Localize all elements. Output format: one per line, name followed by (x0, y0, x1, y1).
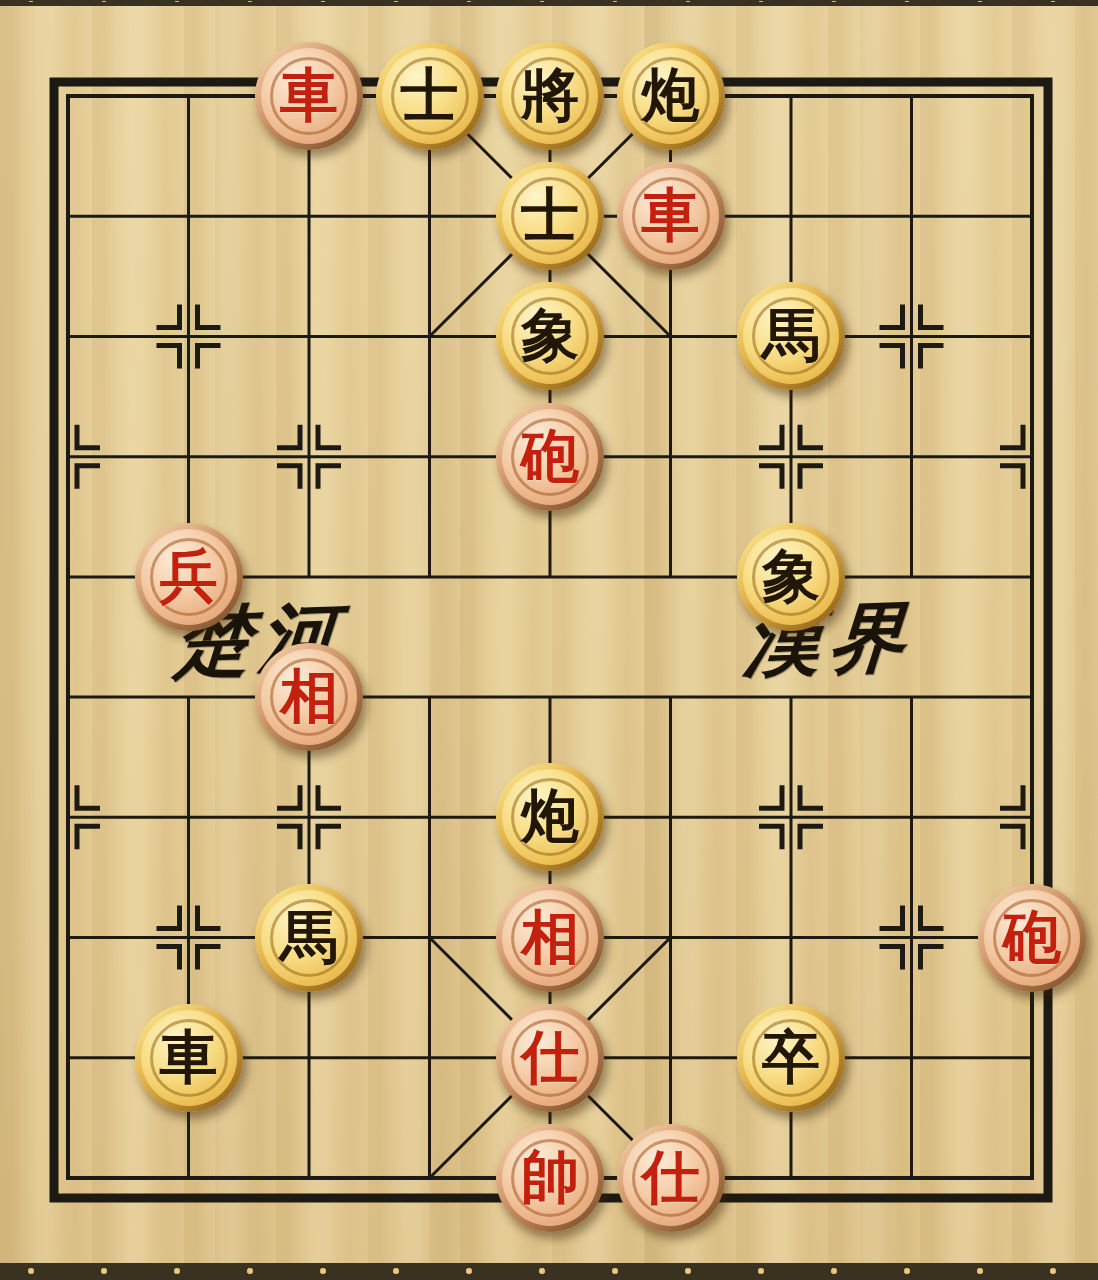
piece-black-horse[interactable]: 馬 (737, 282, 845, 390)
piece-face: 炮 (623, 48, 719, 144)
xiangqi-app: 楚河 漢界 車士將炮士車象馬砲兵象相炮馬相砲車仕卒帥仕 (0, 0, 1098, 1280)
piece-glyph: 士 (401, 67, 459, 125)
piece-face: 砲 (984, 890, 1080, 986)
piece-face: 馬 (261, 890, 357, 986)
piece-red-advisor[interactable]: 仕 (617, 1124, 725, 1232)
piece-face: 砲 (502, 409, 598, 505)
piece-glyph: 炮 (521, 788, 579, 846)
piece-face: 兵 (141, 529, 237, 625)
piece-red-cannon[interactable]: 砲 (496, 403, 604, 511)
piece-black-advisor[interactable]: 士 (376, 42, 484, 150)
piece-face: 仕 (502, 1010, 598, 1106)
piece-red-general[interactable]: 帥 (496, 1124, 604, 1232)
piece-face: 士 (502, 168, 598, 264)
piece-glyph: 砲 (521, 428, 579, 486)
piece-face: 將 (502, 48, 598, 144)
piece-face: 車 (141, 1010, 237, 1106)
piece-face: 炮 (502, 769, 598, 865)
piece-black-general[interactable]: 將 (496, 42, 604, 150)
piece-glyph: 帥 (521, 1149, 579, 1207)
piece-glyph: 車 (642, 187, 700, 245)
piece-face: 相 (502, 890, 598, 986)
piece-glyph: 卒 (762, 1029, 820, 1087)
piece-face: 仕 (623, 1130, 719, 1226)
piece-glyph: 仕 (642, 1149, 700, 1207)
piece-glyph: 相 (280, 668, 338, 726)
piece-face: 象 (502, 288, 598, 384)
piece-glyph: 炮 (642, 67, 700, 125)
piece-red-elephant[interactable]: 相 (255, 643, 363, 751)
piece-black-soldier[interactable]: 卒 (737, 1004, 845, 1112)
piece-glyph: 車 (160, 1029, 218, 1087)
piece-glyph: 砲 (1003, 909, 1061, 967)
piece-black-cannon[interactable]: 炮 (617, 42, 725, 150)
piece-face: 帥 (502, 1130, 598, 1226)
piece-red-cannon[interactable]: 砲 (978, 884, 1086, 992)
piece-glyph: 象 (521, 307, 579, 365)
piece-glyph: 馬 (762, 307, 820, 365)
piece-glyph: 象 (762, 548, 820, 606)
piece-red-elephant[interactable]: 相 (496, 884, 604, 992)
piece-black-elephant[interactable]: 象 (737, 523, 845, 631)
piece-glyph: 車 (280, 67, 338, 125)
piece-red-chariot[interactable]: 車 (255, 42, 363, 150)
piece-face: 卒 (743, 1010, 839, 1106)
piece-glyph: 仕 (521, 1029, 579, 1087)
piece-red-soldier[interactable]: 兵 (135, 523, 243, 631)
piece-black-horse[interactable]: 馬 (255, 884, 363, 992)
piece-face: 象 (743, 529, 839, 625)
piece-glyph: 相 (521, 909, 579, 967)
piece-red-advisor[interactable]: 仕 (496, 1004, 604, 1112)
piece-face: 馬 (743, 288, 839, 384)
piece-glyph: 兵 (160, 548, 218, 606)
piece-red-chariot[interactable]: 車 (617, 162, 725, 270)
board-edge-top-studs (0, 0, 1098, 6)
piece-black-advisor[interactable]: 士 (496, 162, 604, 270)
piece-glyph: 馬 (280, 909, 338, 967)
piece-face: 相 (261, 649, 357, 745)
piece-face: 車 (261, 48, 357, 144)
piece-glyph: 將 (521, 67, 579, 125)
piece-glyph: 士 (521, 187, 579, 245)
piece-face: 士 (382, 48, 478, 144)
board-edge-bottom-studs (0, 1263, 1098, 1280)
piece-black-elephant[interactable]: 象 (496, 282, 604, 390)
piece-black-cannon[interactable]: 炮 (496, 763, 604, 871)
piece-black-chariot[interactable]: 車 (135, 1004, 243, 1112)
piece-face: 車 (623, 168, 719, 264)
